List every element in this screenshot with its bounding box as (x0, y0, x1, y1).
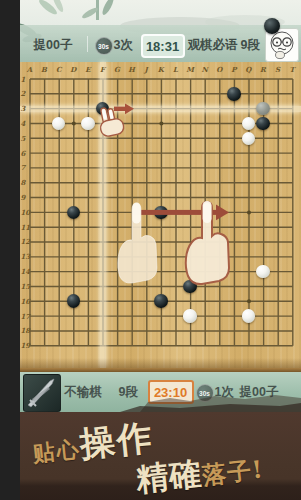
small-drag-arrow-icon (114, 103, 134, 114)
bottom-capture-count: 提00子 (240, 384, 279, 401)
bottom-clock: 23:10 (148, 380, 194, 404)
sword-avatar-image (24, 375, 60, 411)
bottom-byoyomi-count: 1次 (215, 384, 234, 401)
top-capture-count: 提00子 (34, 37, 73, 54)
slogan-text-tiexin: 贴心 (31, 435, 81, 466)
top-player-avatar[interactable] (265, 28, 299, 62)
left-touch-pill (132, 203, 140, 224)
top-bar-divider (87, 36, 88, 52)
black-stone-indicator (264, 18, 280, 34)
big-swipe-arrow-icon (133, 205, 229, 221)
top-clock: 18:31 (141, 34, 185, 58)
top-byoyomi-badge: 30s (95, 37, 113, 55)
tutorial-gesture-overlay (20, 62, 301, 368)
top-player-name: 观棋必语 (188, 37, 238, 54)
right-touch-pill (202, 201, 211, 223)
bottom-byoyomi-badge: 30s (196, 384, 214, 402)
top-player-rank: 9段 (241, 37, 260, 54)
slogan-text-luozi: 落子! (200, 454, 264, 489)
top-player-bar: 提00子 30s 3次 18:31 观棋必语 9段 (20, 25, 301, 63)
go-app-screen: 提00子 30s 3次 18:31 观棋必语 9段 ABCDEFGHJKLMNO… (20, 0, 301, 500)
bottom-player-name: 不输棋 (65, 384, 103, 401)
slogan-banner: 贴心操作 精確落子! (20, 412, 301, 500)
bottom-player-avatar[interactable] (23, 374, 61, 412)
top-byoyomi-count: 3次 (114, 37, 133, 54)
bottom-player-bar: 不输棋 9段 23:10 30s 1次 提00子 (20, 372, 301, 412)
slogan-text-jingque: 精確 (134, 454, 204, 499)
bottom-player-rank: 9段 (119, 384, 138, 401)
go-board[interactable]: ABCDEFGHJKLMNOPQRST 12345678910111213141… (20, 62, 301, 372)
